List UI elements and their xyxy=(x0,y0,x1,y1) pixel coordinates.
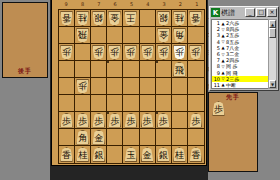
piece-歩-sente[interactable]: 歩 xyxy=(60,113,73,128)
move-row-7[interactable]: 7▲2四歩 xyxy=(212,57,268,63)
board-cell-4六[interactable] xyxy=(140,95,156,112)
board-cell-9四[interactable] xyxy=(59,61,75,78)
board-cell-4七[interactable]: 歩 xyxy=(140,112,156,129)
board-cell-8六[interactable] xyxy=(75,95,91,112)
move-number: 3 xyxy=(212,32,220,38)
piece-銀-sente[interactable]: 銀 xyxy=(157,147,170,162)
board-cell-1六[interactable] xyxy=(188,95,204,112)
board-cell-1八[interactable] xyxy=(188,129,204,146)
sente-stand: 先手 歩 xyxy=(208,92,258,172)
star-point xyxy=(156,112,158,114)
board-cell-9三[interactable]: 歩 xyxy=(59,44,75,61)
move-text: 8五歩 xyxy=(226,39,268,45)
move-text: 2四歩 xyxy=(226,57,268,63)
file-label-5: 5 xyxy=(123,0,139,9)
scroll-up-icon[interactable]: ▲ xyxy=(269,20,276,28)
board-cell-1七[interactable]: 歩 xyxy=(188,112,204,129)
piece-銀-gote[interactable]: 銀 xyxy=(157,11,170,26)
board-cell-8一[interactable]: 桂 xyxy=(75,10,91,27)
file-label-6: 6 xyxy=(107,0,123,9)
board-cell-3四[interactable] xyxy=(156,61,172,78)
shogi-board: 987654321 一二三四五六七八九 香桂銀金王銀桂香飛金角歩歩歩歩歩歩歩歩飛… xyxy=(51,0,207,166)
board-cell-6五[interactable] xyxy=(107,78,123,95)
piece-金-gote[interactable]: 金 xyxy=(157,28,170,43)
board-cell-5四[interactable] xyxy=(123,61,139,78)
board-cell-7二[interactable] xyxy=(91,27,107,44)
board-cell-7九[interactable]: 銀 xyxy=(91,146,107,163)
piece-香-sente[interactable]: 香 xyxy=(189,147,202,162)
piece-歩-gote[interactable]: 歩 xyxy=(141,45,154,60)
board-cell-7一[interactable]: 銀 xyxy=(91,10,107,27)
board-cell-5一[interactable]: 王 xyxy=(123,10,139,27)
board-cell-4一[interactable] xyxy=(140,10,156,27)
board-cell-6八[interactable] xyxy=(107,129,123,146)
file-label-7: 7 xyxy=(91,0,107,9)
board-cell-8八[interactable]: 角 xyxy=(75,129,91,146)
move-text: 同 飛 xyxy=(226,70,268,76)
file-label-2: 2 xyxy=(172,0,188,9)
piece-歩-gote[interactable]: 歩 xyxy=(189,45,202,60)
file-label-1: 1 xyxy=(189,0,205,9)
move-text: 中断 xyxy=(226,82,268,88)
piece-王-gote[interactable]: 王 xyxy=(124,11,137,26)
piece-歩-sente[interactable]: 歩 xyxy=(124,113,137,128)
move-row-11[interactable]: 11▲中断 xyxy=(212,82,268,88)
board-cell-3六[interactable] xyxy=(156,95,172,112)
move-number: 10 xyxy=(212,76,220,82)
board-cell-9二[interactable] xyxy=(59,27,75,44)
piece-桂-gote[interactable]: 桂 xyxy=(173,11,186,26)
board-cell-9七[interactable]: 歩 xyxy=(59,112,75,129)
board-cell-8四[interactable] xyxy=(75,61,91,78)
board-cell-2三[interactable]: 歩 xyxy=(172,44,188,61)
piece-銀-gote[interactable]: 銀 xyxy=(92,11,105,26)
board-cell-2八[interactable] xyxy=(172,129,188,146)
board-cell-6二[interactable] xyxy=(107,27,123,44)
board-cell-1九[interactable]: 香 xyxy=(188,146,204,163)
move-text: 2六歩 xyxy=(226,20,268,26)
piece-飛-gote[interactable]: 飛 xyxy=(76,28,89,43)
piece-銀-sente[interactable]: 銀 xyxy=(92,147,105,162)
move-number: 2 xyxy=(212,26,220,32)
move-number: 6 xyxy=(212,51,220,57)
piece-玉-sente[interactable]: 玉 xyxy=(124,147,137,162)
board-cell-3三[interactable]: 歩 xyxy=(156,44,172,61)
move-text: 2三歩 xyxy=(226,76,268,82)
board-cell-9六[interactable] xyxy=(59,95,75,112)
board-cell-1一[interactable]: 香 xyxy=(188,10,204,27)
board-cell-1三[interactable]: 歩 xyxy=(188,44,204,61)
board-cell-6四[interactable] xyxy=(107,61,123,78)
board-cell-7八[interactable]: 金 xyxy=(91,129,107,146)
move-row-3[interactable]: 3▲2五歩 xyxy=(212,32,268,38)
piece-飛-sente[interactable]: 飛 xyxy=(173,62,186,77)
board-cell-5五[interactable] xyxy=(123,78,139,95)
file-label-3: 3 xyxy=(156,0,172,9)
board-cell-3九[interactable]: 銀 xyxy=(156,146,172,163)
sente-hand-pawn[interactable]: 歩 xyxy=(212,101,225,116)
piece-歩-sente[interactable]: 歩 xyxy=(189,113,202,128)
board-grid: 香桂銀金王銀桂香飛金角歩歩歩歩歩歩歩歩飛歩歩歩歩歩歩歩歩歩角金香桂銀玉金銀桂香 xyxy=(58,9,205,164)
gote-stand-label: 後手 xyxy=(3,67,47,76)
board-cell-5三[interactable]: 歩 xyxy=(123,44,139,61)
piece-歩-sente[interactable]: 歩 xyxy=(141,113,154,128)
board-cell-3二[interactable]: 金 xyxy=(156,27,172,44)
move-list: 1▲2六歩2▽8四歩3▲2五歩4▽8五歩5▲7八金6▽3二金7▲2四歩8▽同 歩… xyxy=(211,19,268,89)
piece-香-gote[interactable]: 香 xyxy=(189,11,202,26)
board-cell-3七[interactable]: 歩 xyxy=(156,112,172,129)
move-row-5[interactable]: 5▲7八金 xyxy=(212,45,268,51)
piece-歩-sente[interactable]: 歩 xyxy=(92,113,105,128)
gote-stand: 後手 xyxy=(2,2,48,78)
file-label-4: 4 xyxy=(140,0,156,9)
piece-歩-gote[interactable]: 歩 xyxy=(124,45,137,60)
piece-香-gote[interactable]: 香 xyxy=(60,11,73,26)
window-title: 棋譜 xyxy=(221,8,244,18)
sente-stand-label: 先手 xyxy=(209,93,257,102)
board-cell-3五[interactable] xyxy=(156,78,172,95)
board-cell-8二[interactable]: 飛 xyxy=(75,27,91,44)
board-cell-5八[interactable] xyxy=(123,129,139,146)
board-cell-6六[interactable] xyxy=(107,95,123,112)
move-row-4[interactable]: 4▽8五歩 xyxy=(212,39,268,45)
piece-歩-gote[interactable]: 歩 xyxy=(60,45,73,60)
move-number: 7 xyxy=(212,57,220,63)
move-text: 8四歩 xyxy=(226,26,268,32)
piece-金-sente[interactable]: 金 xyxy=(92,130,105,145)
minimize-button[interactable]: _ xyxy=(245,8,255,17)
board-cell-4二[interactable] xyxy=(140,27,156,44)
piece-金-gote[interactable]: 金 xyxy=(108,11,121,26)
piece-歩-gote[interactable]: 歩 xyxy=(76,79,89,94)
move-text: 2五歩 xyxy=(226,32,268,38)
scroll-down-icon[interactable]: ▼ xyxy=(269,80,276,88)
star-point xyxy=(156,61,158,63)
piece-角-sente[interactable]: 角 xyxy=(76,130,89,145)
piece-歩-gote[interactable]: 歩 xyxy=(108,45,121,60)
board-cell-1二[interactable] xyxy=(188,27,204,44)
piece-歩-sente[interactable]: 歩 xyxy=(76,113,89,128)
move-row-10[interactable]: 10▽2三歩 xyxy=(212,76,268,82)
board-cell-2二[interactable]: 角 xyxy=(172,27,188,44)
piece-歩-gote[interactable]: 歩 xyxy=(173,45,186,60)
move-text: 3二金 xyxy=(226,51,268,57)
board-cell-9一[interactable]: 香 xyxy=(59,10,75,27)
move-text: 7八金 xyxy=(226,45,268,51)
board-cell-4三[interactable]: 歩 xyxy=(140,44,156,61)
board-cell-8五[interactable]: 歩 xyxy=(75,78,91,95)
maximize-button[interactable]: □ xyxy=(256,8,266,17)
piece-歩-gote[interactable]: 歩 xyxy=(92,45,105,60)
board-cell-9九[interactable]: 香 xyxy=(59,146,75,163)
board-cell-6一[interactable]: 金 xyxy=(107,10,123,27)
move-number: 5 xyxy=(212,45,220,51)
board-cell-4四[interactable] xyxy=(140,61,156,78)
file-coordinates: 987654321 xyxy=(58,0,205,9)
board-cell-2五[interactable] xyxy=(172,78,188,95)
board-cell-1五[interactable] xyxy=(188,78,204,95)
board-cell-5九[interactable]: 玉 xyxy=(123,146,139,163)
move-number: 8 xyxy=(212,63,220,69)
move-number: 9 xyxy=(212,70,220,76)
board-cell-8七[interactable]: 歩 xyxy=(75,112,91,129)
board-cell-4九[interactable]: 金 xyxy=(140,146,156,163)
move-number: 4 xyxy=(212,39,220,45)
board-cell-9八[interactable] xyxy=(59,129,75,146)
board-cell-7五[interactable] xyxy=(91,78,107,95)
kifu-window: K 棋譜 _ □ × 1▲2六歩2▽8四歩3▲2五歩4▽8五歩5▲7八金6▽3二… xyxy=(209,6,279,91)
board-cell-4五[interactable] xyxy=(140,78,156,95)
move-row-1[interactable]: 1▲2六歩 xyxy=(212,20,268,26)
piece-香-sente[interactable]: 香 xyxy=(60,147,73,162)
piece-桂-gote[interactable]: 桂 xyxy=(76,11,89,26)
star-point xyxy=(107,112,109,114)
board-cell-2六[interactable] xyxy=(172,95,188,112)
move-row-9[interactable]: 9▲同 飛 xyxy=(212,70,268,76)
piece-桂-sente[interactable]: 桂 xyxy=(76,147,89,162)
board-cell-7三[interactable]: 歩 xyxy=(91,44,107,61)
board-cell-8九[interactable]: 桂 xyxy=(75,146,91,163)
app-icon: K xyxy=(211,8,220,17)
board-cell-4八[interactable] xyxy=(140,129,156,146)
board-cell-7六[interactable] xyxy=(91,95,107,112)
piece-歩-sente[interactable]: 歩 xyxy=(108,113,121,128)
board-cell-3一[interactable]: 銀 xyxy=(156,10,172,27)
board-cell-2七[interactable] xyxy=(172,112,188,129)
board-cell-6七[interactable]: 歩 xyxy=(107,112,123,129)
piece-歩-sente[interactable]: 歩 xyxy=(157,113,170,128)
board-cell-7四[interactable] xyxy=(91,61,107,78)
move-number: 1 xyxy=(212,20,220,26)
move-row-2[interactable]: 2▽8四歩 xyxy=(212,26,268,32)
move-row-6[interactable]: 6▽3二金 xyxy=(212,51,268,57)
board-cell-3八[interactable] xyxy=(156,129,172,146)
move-text: 同 歩 xyxy=(226,63,268,69)
close-button[interactable]: × xyxy=(267,8,277,17)
piece-桂-sente[interactable]: 桂 xyxy=(173,147,186,162)
board-cell-5二[interactable] xyxy=(123,27,139,44)
file-label-9: 9 xyxy=(58,0,74,9)
star-point xyxy=(107,61,109,63)
file-label-8: 8 xyxy=(74,0,90,9)
move-row-8[interactable]: 8▽同 歩 xyxy=(212,63,268,69)
board-cell-9五[interactable] xyxy=(59,78,75,95)
board-cell-2九[interactable]: 桂 xyxy=(172,146,188,163)
board-cell-2四[interactable]: 飛 xyxy=(172,61,188,78)
board-cell-6九[interactable] xyxy=(107,146,123,163)
move-number: 11 xyxy=(212,82,220,88)
board-cell-5七[interactable]: 歩 xyxy=(123,112,139,129)
board-cell-1四[interactable] xyxy=(188,61,204,78)
piece-歩-gote[interactable]: 歩 xyxy=(157,45,170,60)
scrollbar-thumb[interactable] xyxy=(269,28,276,38)
piece-角-gote[interactable]: 角 xyxy=(173,28,186,43)
board-cell-5六[interactable] xyxy=(123,95,139,112)
board-cell-8三[interactable] xyxy=(75,44,91,61)
board-cell-7七[interactable]: 歩 xyxy=(91,112,107,129)
board-cell-2一[interactable]: 桂 xyxy=(172,10,188,27)
scrollbar-track[interactable] xyxy=(269,28,276,80)
window-title-bar[interactable]: K 棋譜 _ □ × xyxy=(210,7,278,18)
piece-金-sente[interactable]: 金 xyxy=(141,147,154,162)
move-list-scrollbar[interactable]: ▲ ▼ xyxy=(268,19,277,89)
board-cell-6三[interactable]: 歩 xyxy=(107,44,123,61)
